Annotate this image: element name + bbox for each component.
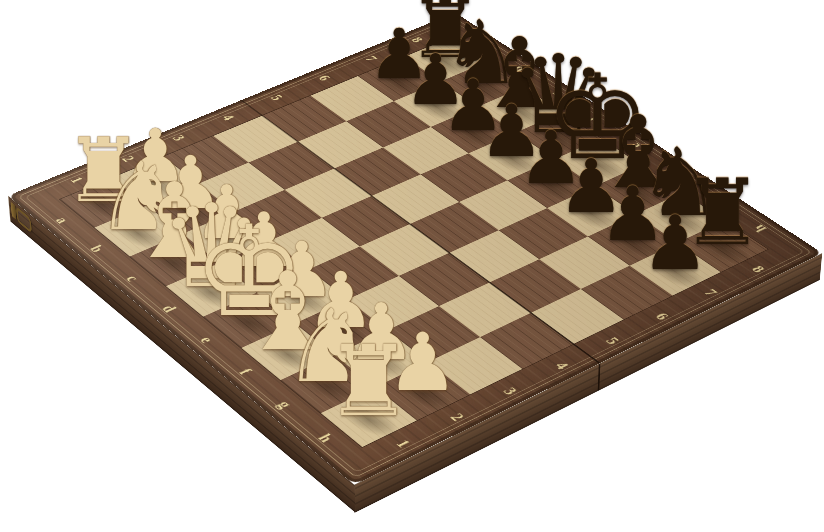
piece-black-pawn-h7[interactable]: ♟ (641, 208, 708, 279)
product-photo: 1122334455667788aabbccddeeffgghh ♜♞♝♛♚♝♞… (0, 0, 824, 532)
pieces-layer: ♜♞♝♛♚♝♞♜♟♟♟♟♟♟♟♟♟♟♟♟♟♟♟♟♜♞♝♛♚♝♞♜ (0, 0, 824, 532)
piece-white-rook-h1[interactable]: ♜ (325, 335, 413, 428)
